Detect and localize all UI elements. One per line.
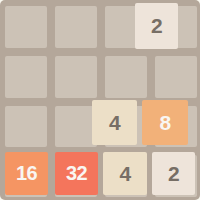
tile-8: 8 [142, 100, 188, 145]
grid-cell [5, 56, 47, 98]
tile-32: 32 [55, 152, 98, 195]
grid-cell [5, 6, 47, 48]
grid-cell [5, 106, 47, 148]
board-2048[interactable]: 248163242 [0, 0, 200, 200]
grid-cell [105, 56, 147, 98]
tile-2: 2 [152, 152, 195, 195]
grid-cell [55, 56, 97, 98]
tile-16: 16 [5, 152, 48, 195]
grid-cell [55, 106, 97, 148]
tile-2: 2 [135, 3, 178, 49]
grid-cell [155, 56, 197, 98]
tile-4: 4 [92, 100, 137, 145]
grid-cell [55, 6, 97, 48]
tile-4: 4 [103, 152, 147, 195]
